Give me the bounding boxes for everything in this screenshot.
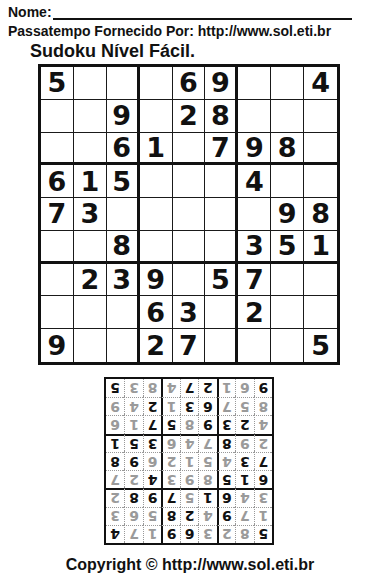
solution-cell-r8c6: 1 — [161, 397, 179, 415]
solution-cell-r8c8: 4 — [124, 397, 142, 415]
puzzle-cell-r4c3: 5 — [107, 165, 140, 198]
solution-cell-r7c2: 2 — [235, 415, 253, 433]
puzzle-cell-r8c7: 2 — [238, 296, 271, 329]
puzzle-cell-r3c4: 1 — [140, 133, 173, 166]
puzzle-cell-r4c8 — [271, 165, 304, 198]
name-blank-line — [53, 4, 352, 20]
puzzle-cell-r2c6: 8 — [205, 100, 238, 133]
solution-cell-r7c9: 6 — [106, 415, 124, 433]
solution-cell-r9c1: 9 — [254, 379, 272, 397]
solution-cell-r3c9: 2 — [106, 488, 124, 506]
puzzle-cell-r9c2 — [74, 329, 107, 362]
puzzle-cell-r5c8: 9 — [271, 198, 304, 231]
puzzle-cell-r2c4 — [140, 100, 173, 133]
puzzle-cell-r2c3: 9 — [107, 100, 140, 133]
puzzle-cell-r5c7 — [238, 198, 271, 231]
solution-cell-r7c1: 4 — [254, 415, 272, 433]
puzzle-cell-r5c4 — [140, 198, 173, 231]
puzzle-cell-r3c6: 7 — [205, 133, 238, 166]
solution-cell-r1c8: 7 — [124, 525, 142, 543]
solution-cell-r8c4: 6 — [198, 397, 216, 415]
puzzle-cell-r8c6 — [205, 296, 238, 329]
solution-cell-r7c6: 5 — [161, 415, 179, 433]
puzzle-cell-r6c4 — [140, 231, 173, 264]
puzzle-cell-r4c6 — [205, 165, 238, 198]
solution-cell-r1c3: 2 — [217, 525, 235, 543]
puzzle-cell-r2c2 — [74, 100, 107, 133]
puzzle-cell-r3c7: 9 — [238, 133, 271, 166]
puzzle-cell-r7c2: 2 — [74, 264, 107, 297]
puzzle-cell-r2c9 — [304, 100, 337, 133]
name-label: Nome: — [8, 4, 52, 20]
solution-cell-r6c2: 9 — [235, 434, 253, 452]
solution-cell-r2c4: 4 — [198, 507, 216, 525]
solution-cell-r5c5: 1 — [180, 452, 198, 470]
puzzle-cell-r6c2 — [74, 231, 107, 264]
solution-cell-r9c3: 1 — [217, 379, 235, 397]
puzzle-cell-r1c2 — [74, 67, 107, 100]
solution-cell-r9c6: 4 — [161, 379, 179, 397]
sudoku-printable-page: Nome: Passatempo Fornecido Por: http://w… — [0, 0, 380, 585]
puzzle-cell-r2c5: 2 — [173, 100, 206, 133]
solution-cell-r5c4: 5 — [198, 452, 216, 470]
puzzle-cell-r8c9 — [304, 296, 337, 329]
solution-cell-r1c9: 4 — [106, 525, 124, 543]
solution-cell-r6c8: 5 — [124, 434, 142, 452]
solution-cell-r5c6: 2 — [161, 452, 179, 470]
puzzle-cell-r6c3: 8 — [107, 231, 140, 264]
solution-cell-r5c3: 4 — [217, 452, 235, 470]
solution-cell-r6c1: 2 — [254, 434, 272, 452]
puzzle-cell-r6c8: 5 — [271, 231, 304, 264]
puzzle-cell-r2c8 — [271, 100, 304, 133]
puzzle-cell-r5c5 — [173, 198, 206, 231]
solution-cell-r2c1: 1 — [254, 507, 272, 525]
puzzle-cell-r6c5 — [173, 231, 206, 264]
puzzle-cell-r7c4: 9 — [140, 264, 173, 297]
provided-by-text: Passatempo Fornecido Por: http://www.sol… — [8, 23, 331, 39]
puzzle-cell-r9c8 — [271, 329, 304, 362]
solution-cell-r9c4: 2 — [198, 379, 216, 397]
puzzle-cell-r3c2 — [74, 133, 107, 166]
solution-cell-r3c1: 3 — [254, 488, 272, 506]
solution-cell-r9c9: 5 — [106, 379, 124, 397]
solution-cell-r3c2: 4 — [235, 488, 253, 506]
puzzle-cell-r6c9: 1 — [304, 231, 337, 264]
solution-cell-r7c4: 9 — [198, 415, 216, 433]
solution-cell-r2c5: 2 — [180, 507, 198, 525]
puzzle-cell-r7c6: 5 — [205, 264, 238, 297]
solution-cell-r8c2: 5 — [235, 397, 253, 415]
page-title: Sudoku Nível Fácil. — [30, 41, 195, 62]
solution-cell-r3c4: 1 — [198, 488, 216, 506]
puzzle-cell-r8c4: 6 — [140, 296, 173, 329]
puzzle-cell-r9c7 — [238, 329, 271, 362]
solution-cell-r6c4: 7 — [198, 434, 216, 452]
puzzle-cell-r5c9: 8 — [304, 198, 337, 231]
solution-cell-r4c9: 7 — [106, 470, 124, 488]
puzzle-cell-r9c6 — [205, 329, 238, 362]
puzzle-cell-r3c5 — [173, 133, 206, 166]
solution-cell-r1c4: 3 — [198, 525, 216, 543]
solution-cell-r2c8: 6 — [124, 507, 142, 525]
puzzle-cell-r4c2: 1 — [74, 165, 107, 198]
puzzle-cell-r9c5: 7 — [173, 329, 206, 362]
solution-cell-r9c7: 8 — [143, 379, 161, 397]
solution-cell-r4c3: 5 — [217, 470, 235, 488]
copyright-text: Copyright © http://www.sol.eti.br — [0, 556, 380, 574]
solution-cell-r3c6: 7 — [161, 488, 179, 506]
solution-cell-r8c1: 8 — [254, 397, 272, 415]
solution-cell-r7c3: 3 — [217, 415, 235, 433]
puzzle-cell-r7c9 — [304, 264, 337, 297]
solution-cell-r5c1: 7 — [254, 452, 272, 470]
solution-cell-r2c6: 8 — [161, 507, 179, 525]
solution-cell-r9c2: 6 — [235, 379, 253, 397]
solution-cell-r1c1: 5 — [254, 525, 272, 543]
puzzle-cell-r5c3 — [107, 198, 140, 231]
puzzle-cell-r3c8: 8 — [271, 133, 304, 166]
solution-cell-r6c7: 3 — [143, 434, 161, 452]
solution-cell-r8c5: 3 — [180, 397, 198, 415]
solution-cell-r7c5: 8 — [180, 415, 198, 433]
puzzle-cell-r4c1: 6 — [41, 165, 74, 198]
puzzle-cell-r1c7 — [238, 67, 271, 100]
solution-cell-r2c2: 7 — [235, 507, 253, 525]
puzzle-cell-r7c1 — [41, 264, 74, 297]
solution-cell-r4c2: 1 — [235, 470, 253, 488]
solution-cell-r1c7: 1 — [143, 525, 161, 543]
solution-cell-r8c7: 2 — [143, 397, 161, 415]
solution-cell-r2c7: 5 — [143, 507, 161, 525]
solution-cell-r3c5: 5 — [180, 488, 198, 506]
puzzle-cell-r3c3: 6 — [107, 133, 140, 166]
puzzle-cell-r8c1 — [41, 296, 74, 329]
puzzle-cell-r5c2: 3 — [74, 198, 107, 231]
puzzle-cell-r7c7: 7 — [238, 264, 271, 297]
sudoku-solution-grid-rotated-180: 5823691741794285633461579826158934277345… — [104, 377, 274, 545]
solution-cell-r1c5: 6 — [180, 525, 198, 543]
solution-cell-r9c5: 7 — [180, 379, 198, 397]
solution-cell-r1c6: 9 — [161, 525, 179, 543]
puzzle-cell-r1c4 — [140, 67, 173, 100]
solution-cell-r8c9: 9 — [106, 397, 124, 415]
solution-cell-r5c8: 9 — [124, 452, 142, 470]
puzzle-cell-r1c3 — [107, 67, 140, 100]
puzzle-cell-r5c1: 7 — [41, 198, 74, 231]
solution-cell-r5c7: 6 — [143, 452, 161, 470]
solution-cell-r2c3: 9 — [217, 507, 235, 525]
solution-cell-r3c7: 9 — [143, 488, 161, 506]
puzzle-cell-r1c8 — [271, 67, 304, 100]
puzzle-cell-r7c8 — [271, 264, 304, 297]
solution-cell-r6c9: 1 — [106, 434, 124, 452]
puzzle-cell-r7c5 — [173, 264, 206, 297]
puzzle-cell-r7c3: 3 — [107, 264, 140, 297]
puzzle-cell-r8c3 — [107, 296, 140, 329]
puzzle-cell-r4c5 — [173, 165, 206, 198]
solution-cell-r2c9: 3 — [106, 507, 124, 525]
solution-cell-r4c8: 2 — [124, 470, 142, 488]
puzzle-cell-r2c7 — [238, 100, 271, 133]
solution-cell-r3c8: 8 — [124, 488, 142, 506]
puzzle-cell-r4c7: 4 — [238, 165, 271, 198]
puzzle-cell-r1c5: 6 — [173, 67, 206, 100]
solution-cell-r6c3: 8 — [217, 434, 235, 452]
solution-cell-r7c7: 7 — [143, 415, 161, 433]
puzzle-cell-r6c6 — [205, 231, 238, 264]
sudoku-puzzle-grid: 569492861798615473988351239576329275 — [38, 64, 340, 365]
puzzle-cell-r2c1 — [41, 100, 74, 133]
puzzle-cell-r4c9 — [304, 165, 337, 198]
puzzle-cell-r4c4 — [140, 165, 173, 198]
puzzle-cell-r1c1: 5 — [41, 67, 74, 100]
solution-cell-r4c1: 6 — [254, 470, 272, 488]
puzzle-cell-r8c2 — [74, 296, 107, 329]
solution-cell-r5c2: 3 — [235, 452, 253, 470]
puzzle-cell-r9c9: 5 — [304, 329, 337, 362]
solution-cell-r7c8: 1 — [124, 415, 142, 433]
solution-cell-r4c4: 8 — [198, 470, 216, 488]
solution-cell-r6c6: 6 — [161, 434, 179, 452]
solution-cell-r4c6: 3 — [161, 470, 179, 488]
puzzle-cell-r9c1: 9 — [41, 329, 74, 362]
puzzle-cell-r3c1 — [41, 133, 74, 166]
solution-cell-r5c9: 8 — [106, 452, 124, 470]
solution-cell-r4c7: 4 — [143, 470, 161, 488]
puzzle-cell-r1c6: 9 — [205, 67, 238, 100]
name-row: Nome: — [8, 4, 352, 20]
solution-cell-r4c5: 9 — [180, 470, 198, 488]
solution-cell-r8c3: 7 — [217, 397, 235, 415]
solution-cell-r6c5: 4 — [180, 434, 198, 452]
solution-cell-r1c2: 8 — [235, 525, 253, 543]
puzzle-cell-r1c9: 4 — [304, 67, 337, 100]
puzzle-cell-r9c4: 2 — [140, 329, 173, 362]
solution-cell-r9c8: 3 — [124, 379, 142, 397]
solution-cell-r3c3: 6 — [217, 488, 235, 506]
puzzle-cell-r6c1 — [41, 231, 74, 264]
puzzle-cell-r6c7: 3 — [238, 231, 271, 264]
puzzle-cell-r3c9 — [304, 133, 337, 166]
puzzle-cell-r8c5: 3 — [173, 296, 206, 329]
puzzle-cell-r5c6 — [205, 198, 238, 231]
puzzle-cell-r8c8 — [271, 296, 304, 329]
puzzle-cell-r9c3 — [107, 329, 140, 362]
